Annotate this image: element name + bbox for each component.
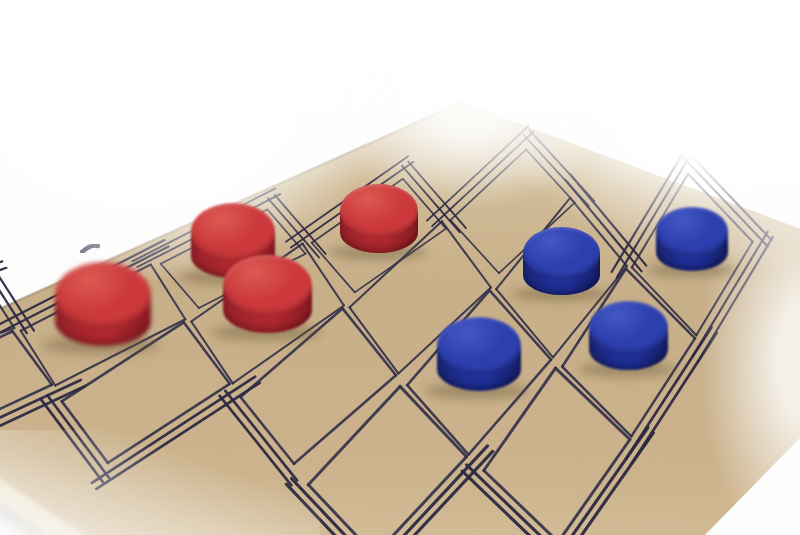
blue-piece[interactable] xyxy=(437,317,522,397)
red-piece[interactable] xyxy=(340,184,418,258)
piece-top-face xyxy=(656,207,728,255)
piece-top-face xyxy=(223,255,312,315)
red-piece[interactable] xyxy=(223,255,312,339)
red-piece[interactable] xyxy=(55,262,151,352)
piece-top-face xyxy=(55,262,151,327)
piece-top-face xyxy=(340,184,418,237)
piece-top-face xyxy=(523,227,600,279)
blue-piece[interactable] xyxy=(523,227,600,299)
piece-top-face xyxy=(437,317,522,374)
piece-top-face xyxy=(589,301,668,354)
piece-top-face xyxy=(191,203,275,260)
ink-mark xyxy=(82,246,98,252)
blue-piece[interactable] xyxy=(589,301,668,375)
photo-scene xyxy=(0,0,800,535)
blue-piece[interactable] xyxy=(656,207,728,274)
